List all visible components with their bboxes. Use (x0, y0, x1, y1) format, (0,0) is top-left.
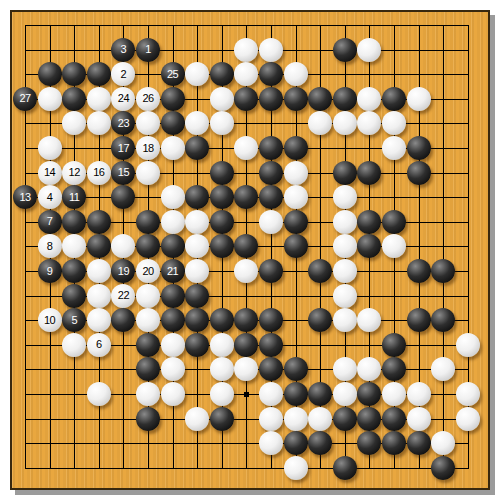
black-stone[interactable] (38, 62, 62, 86)
white-stone[interactable] (259, 38, 283, 62)
black-stone[interactable] (234, 234, 258, 258)
white-stone[interactable] (357, 87, 381, 111)
white-stone[interactable] (161, 333, 185, 357)
move-number: 1 (145, 44, 151, 55)
white-stone[interactable] (407, 382, 431, 406)
move-number: 24 (118, 93, 129, 104)
black-stone[interactable] (185, 284, 209, 308)
black-stone[interactable] (259, 259, 283, 283)
white-stone[interactable] (161, 136, 185, 160)
black-stone[interactable] (161, 234, 185, 258)
black-stone[interactable]: 23 (111, 111, 135, 135)
white-stone[interactable] (333, 259, 357, 283)
white-stone[interactable] (185, 234, 209, 258)
black-stone[interactable] (333, 87, 357, 111)
black-stone[interactable] (284, 136, 308, 160)
white-stone[interactable] (333, 185, 357, 209)
white-stone[interactable] (333, 210, 357, 234)
white-stone[interactable] (38, 136, 62, 160)
black-stone[interactable] (407, 308, 431, 332)
black-stone[interactable] (333, 38, 357, 62)
move-number: 13 (19, 192, 30, 203)
black-stone[interactable] (136, 407, 160, 431)
white-stone[interactable] (357, 111, 381, 135)
black-stone[interactable]: 3 (111, 38, 135, 62)
white-stone[interactable]: 14 (38, 161, 62, 185)
white-stone[interactable] (234, 357, 258, 381)
white-stone[interactable] (259, 407, 283, 431)
white-stone[interactable] (136, 284, 160, 308)
black-stone[interactable] (308, 382, 332, 406)
black-stone[interactable]: 11 (62, 185, 86, 209)
white-stone[interactable] (136, 111, 160, 135)
move-number: 16 (93, 167, 104, 178)
white-stone[interactable] (62, 333, 86, 357)
white-stone[interactable] (161, 210, 185, 234)
white-stone[interactable] (333, 382, 357, 406)
black-stone[interactable] (308, 308, 332, 332)
black-stone[interactable] (333, 161, 357, 185)
black-stone[interactable]: 21 (161, 259, 185, 283)
white-stone[interactable] (185, 407, 209, 431)
black-stone[interactable]: 17 (111, 136, 135, 160)
go-board[interactable]: 3122527242623171814121615134117891920212… (10, 10, 490, 490)
black-stone[interactable] (210, 308, 234, 332)
black-stone[interactable] (308, 431, 332, 455)
white-stone[interactable] (456, 382, 480, 406)
black-stone[interactable]: 7 (38, 210, 62, 234)
black-stone[interactable] (284, 87, 308, 111)
black-stone[interactable] (259, 357, 283, 381)
black-stone[interactable] (161, 284, 185, 308)
black-stone[interactable]: 1 (136, 38, 160, 62)
white-stone[interactable]: 22 (111, 284, 135, 308)
black-stone[interactable] (136, 210, 160, 234)
white-stone[interactable] (210, 87, 234, 111)
black-stone[interactable] (210, 185, 234, 209)
black-stone[interactable] (210, 234, 234, 258)
black-stone[interactable] (87, 210, 111, 234)
black-stone[interactable] (382, 87, 406, 111)
white-stone[interactable] (259, 382, 283, 406)
black-stone[interactable] (136, 333, 160, 357)
black-stone[interactable] (308, 259, 332, 283)
black-stone[interactable] (259, 136, 283, 160)
black-stone[interactable]: 19 (111, 259, 135, 283)
move-number: 19 (118, 266, 129, 277)
black-stone[interactable] (161, 111, 185, 135)
move-number: 11 (69, 192, 79, 203)
black-stone[interactable] (431, 308, 455, 332)
black-stone[interactable] (136, 234, 160, 258)
grid-line-horizontal (25, 468, 469, 469)
move-number: 7 (47, 216, 53, 227)
white-stone[interactable] (357, 357, 381, 381)
black-stone[interactable] (136, 357, 160, 381)
black-stone[interactable] (357, 407, 381, 431)
white-stone[interactable] (161, 382, 185, 406)
white-stone[interactable] (87, 87, 111, 111)
black-stone[interactable] (234, 333, 258, 357)
black-stone[interactable] (407, 259, 431, 283)
black-stone[interactable] (62, 259, 86, 283)
star-point (244, 392, 249, 397)
white-stone[interactable] (210, 382, 234, 406)
white-stone[interactable]: 4 (38, 185, 62, 209)
white-stone[interactable] (87, 382, 111, 406)
white-stone[interactable] (210, 111, 234, 135)
black-stone[interactable] (382, 210, 406, 234)
white-stone[interactable] (136, 161, 160, 185)
black-stone[interactable] (87, 62, 111, 86)
white-stone[interactable]: 16 (87, 161, 111, 185)
white-stone[interactable] (382, 136, 406, 160)
white-stone[interactable] (333, 308, 357, 332)
black-stone[interactable] (333, 407, 357, 431)
black-stone[interactable] (259, 333, 283, 357)
black-stone[interactable] (210, 407, 234, 431)
black-stone[interactable]: 5 (62, 308, 86, 332)
black-stone[interactable] (382, 333, 406, 357)
black-stone[interactable] (357, 234, 381, 258)
black-stone[interactable] (111, 185, 135, 209)
move-number: 15 (118, 167, 129, 178)
white-stone[interactable] (431, 357, 455, 381)
black-stone[interactable] (210, 161, 234, 185)
black-stone[interactable] (407, 431, 431, 455)
white-stone[interactable]: 20 (136, 259, 160, 283)
white-stone[interactable] (284, 161, 308, 185)
white-stone[interactable] (259, 210, 283, 234)
move-number: 3 (121, 44, 127, 55)
black-stone[interactable] (185, 308, 209, 332)
white-stone[interactable] (308, 407, 332, 431)
black-stone[interactable] (284, 357, 308, 381)
white-stone[interactable] (407, 407, 431, 431)
black-stone[interactable]: 15 (111, 161, 135, 185)
white-stone[interactable] (431, 431, 455, 455)
black-stone[interactable] (259, 185, 283, 209)
page: 3122527242623171814121615134117891920212… (0, 0, 500, 500)
white-stone[interactable]: 8 (38, 234, 62, 258)
move-number: 9 (47, 266, 53, 277)
black-stone[interactable] (382, 431, 406, 455)
black-stone[interactable] (259, 87, 283, 111)
black-stone[interactable]: 27 (13, 87, 37, 111)
white-stone[interactable] (333, 234, 357, 258)
black-stone[interactable]: 13 (13, 185, 37, 209)
white-stone[interactable] (284, 185, 308, 209)
black-stone[interactable] (357, 431, 381, 455)
black-stone[interactable] (382, 407, 406, 431)
white-stone[interactable] (185, 62, 209, 86)
move-number: 18 (142, 143, 153, 154)
white-stone[interactable] (234, 259, 258, 283)
white-stone[interactable] (87, 259, 111, 283)
white-stone[interactable] (308, 111, 332, 135)
black-stone[interactable] (234, 308, 258, 332)
black-stone[interactable]: 9 (38, 259, 62, 283)
move-number: 17 (118, 143, 129, 154)
white-stone[interactable] (62, 234, 86, 258)
black-stone[interactable] (210, 62, 234, 86)
white-stone[interactable] (284, 407, 308, 431)
black-stone[interactable] (185, 333, 209, 357)
black-stone[interactable] (308, 87, 332, 111)
move-number: 4 (47, 192, 53, 203)
white-stone[interactable]: 12 (62, 161, 86, 185)
white-stone[interactable] (111, 234, 135, 258)
white-stone[interactable] (136, 382, 160, 406)
move-number: 6 (96, 339, 102, 350)
white-stone[interactable] (136, 308, 160, 332)
white-stone[interactable] (357, 38, 381, 62)
white-stone[interactable] (234, 38, 258, 62)
black-stone[interactable] (62, 87, 86, 111)
white-stone[interactable]: 10 (38, 308, 62, 332)
white-stone[interactable] (284, 62, 308, 86)
move-number: 10 (44, 315, 55, 326)
black-stone[interactable] (407, 161, 431, 185)
white-stone[interactable] (185, 259, 209, 283)
white-stone[interactable] (87, 308, 111, 332)
white-stone[interactable] (456, 333, 480, 357)
white-stone[interactable] (382, 382, 406, 406)
white-stone[interactable] (333, 111, 357, 135)
move-number: 27 (19, 93, 30, 104)
black-stone[interactable]: 25 (161, 62, 185, 86)
black-stone[interactable] (333, 456, 357, 480)
black-stone[interactable] (382, 357, 406, 381)
move-number: 2 (121, 69, 127, 80)
black-stone[interactable] (234, 87, 258, 111)
move-number: 23 (118, 118, 129, 129)
white-stone[interactable]: 18 (136, 136, 160, 160)
white-stone[interactable] (62, 111, 86, 135)
white-stone[interactable] (210, 333, 234, 357)
white-stone[interactable] (161, 357, 185, 381)
black-stone[interactable] (259, 161, 283, 185)
white-stone[interactable]: 2 (111, 62, 135, 86)
black-stone[interactable] (284, 234, 308, 258)
black-stone[interactable] (431, 456, 455, 480)
move-number: 25 (167, 69, 178, 80)
grid-line-vertical (443, 25, 444, 469)
black-stone[interactable] (284, 431, 308, 455)
black-stone[interactable] (62, 62, 86, 86)
move-number: 12 (69, 167, 80, 178)
black-stone[interactable] (284, 382, 308, 406)
black-stone[interactable] (431, 259, 455, 283)
black-stone[interactable] (161, 308, 185, 332)
black-stone[interactable] (407, 136, 431, 160)
white-stone[interactable] (407, 87, 431, 111)
black-stone[interactable] (185, 136, 209, 160)
black-stone[interactable] (357, 161, 381, 185)
white-stone[interactable] (185, 210, 209, 234)
move-number: 26 (142, 93, 153, 104)
black-stone[interactable] (284, 210, 308, 234)
white-stone[interactable] (161, 185, 185, 209)
white-stone[interactable] (284, 456, 308, 480)
white-stone[interactable] (234, 136, 258, 160)
white-stone[interactable] (185, 111, 209, 135)
black-stone[interactable] (210, 210, 234, 234)
black-stone[interactable] (185, 185, 209, 209)
white-stone[interactable] (210, 357, 234, 381)
white-stone[interactable] (259, 431, 283, 455)
move-number: 22 (118, 290, 129, 301)
black-stone[interactable] (357, 382, 381, 406)
white-stone[interactable]: 6 (87, 333, 111, 357)
black-stone[interactable] (87, 234, 111, 258)
white-stone[interactable] (382, 111, 406, 135)
white-stone[interactable] (333, 284, 357, 308)
white-stone[interactable] (382, 234, 406, 258)
move-number: 5 (71, 315, 77, 326)
white-stone[interactable] (357, 308, 381, 332)
black-stone[interactable] (259, 308, 283, 332)
move-number: 8 (47, 241, 53, 252)
white-stone[interactable] (87, 111, 111, 135)
black-stone[interactable] (62, 284, 86, 308)
white-stone[interactable] (234, 62, 258, 86)
white-stone[interactable] (333, 357, 357, 381)
move-number: 20 (142, 266, 153, 277)
black-stone[interactable] (111, 308, 135, 332)
white-stone[interactable]: 26 (136, 87, 160, 111)
black-stone[interactable] (259, 62, 283, 86)
white-stone[interactable]: 24 (111, 87, 135, 111)
black-stone[interactable] (161, 87, 185, 111)
white-stone[interactable] (38, 87, 62, 111)
white-stone[interactable] (456, 407, 480, 431)
black-stone[interactable] (62, 210, 86, 234)
move-number: 21 (167, 266, 178, 277)
move-number: 14 (44, 167, 55, 178)
white-stone[interactable] (87, 284, 111, 308)
black-stone[interactable] (234, 185, 258, 209)
black-stone[interactable] (357, 210, 381, 234)
